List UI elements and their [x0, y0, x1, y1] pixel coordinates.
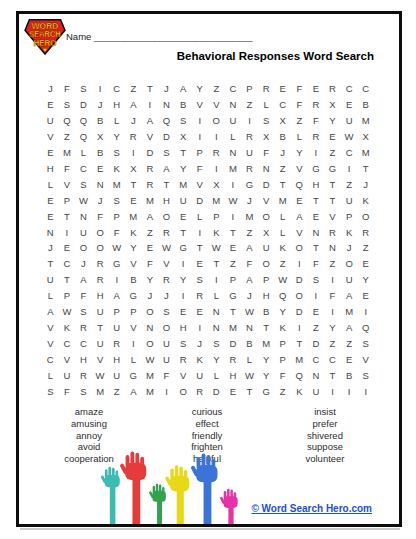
- grid-cell: E: [42, 192, 59, 208]
- grid-cell: V: [175, 367, 192, 383]
- grid-cell: R: [225, 351, 242, 367]
- grid-cell: X: [125, 160, 142, 176]
- grid-cell: D: [225, 335, 242, 351]
- grid-cell: T: [274, 176, 291, 192]
- grid-cell: T: [291, 335, 308, 351]
- grid-cell: J: [75, 256, 92, 272]
- grid-cell: I: [208, 272, 225, 288]
- grid-cell: C: [59, 335, 76, 351]
- grid-cell: Q: [291, 176, 308, 192]
- grid-cell: G: [324, 160, 341, 176]
- grid-cell: D: [258, 176, 275, 192]
- grid-cell: U: [341, 272, 358, 288]
- grid-cell: E: [42, 208, 59, 224]
- grid-cell: O: [291, 288, 308, 304]
- grid-cell: Z: [274, 383, 291, 399]
- grid-cell: O: [142, 335, 159, 351]
- grid-cell: U: [308, 383, 325, 399]
- grid-cell: U: [42, 272, 59, 288]
- grid-cell: E: [42, 97, 59, 113]
- grid-cell: T: [225, 224, 242, 240]
- grid-cell: M: [208, 192, 225, 208]
- grid-cell: J: [92, 97, 109, 113]
- grid-cell: N: [225, 145, 242, 161]
- grid-cell: R: [241, 160, 258, 176]
- grid-cell: E: [142, 240, 159, 256]
- grid-cell: J: [142, 288, 159, 304]
- grid-cell: S: [191, 272, 208, 288]
- word-column: insistprefershiveredsupposevolunteer: [266, 406, 384, 465]
- grid-cell: H: [175, 319, 192, 335]
- grid-cell: R: [108, 335, 125, 351]
- grid-cell: D: [75, 97, 92, 113]
- grid-cell: R: [191, 383, 208, 399]
- grid-cell: R: [75, 319, 92, 335]
- grid-cell: X: [357, 129, 374, 145]
- grid-cell: J: [191, 335, 208, 351]
- grid-cell: T: [175, 224, 192, 240]
- grid-cell: I: [308, 288, 325, 304]
- grid-cell: V: [92, 351, 109, 367]
- grid-cell: V: [291, 160, 308, 176]
- grid-cell: R: [92, 256, 109, 272]
- grid-cell: F: [241, 256, 258, 272]
- grid-cell: G: [125, 288, 142, 304]
- grid-cell: Y: [108, 129, 125, 145]
- grid-cell: E: [291, 192, 308, 208]
- grid-cell: S: [75, 176, 92, 192]
- puzzle-title: Behavioral Responses Word Search: [42, 50, 374, 62]
- grid-cell: T: [241, 383, 258, 399]
- grid-cell: S: [208, 335, 225, 351]
- grid-cell: K: [108, 160, 125, 176]
- grid-cell: S: [357, 367, 374, 383]
- grid-cell: I: [357, 304, 374, 320]
- grid-cell: A: [125, 97, 142, 113]
- grid-cell: E: [42, 145, 59, 161]
- grid-cell: R: [357, 224, 374, 240]
- grid-cell: T: [225, 304, 242, 320]
- grid-cell: E: [92, 160, 109, 176]
- grid-cell: S: [158, 145, 175, 161]
- grid-cell: I: [341, 160, 358, 176]
- grid-cell: I: [225, 208, 242, 224]
- grid-cell: R: [191, 288, 208, 304]
- grid-cell: F: [191, 160, 208, 176]
- grid-cell: Y: [208, 351, 225, 367]
- grid-cell: I: [108, 272, 125, 288]
- grid-cell: V: [158, 256, 175, 272]
- grid-cell: N: [92, 176, 109, 192]
- grid-cell: B: [357, 97, 374, 113]
- grid-cell: S: [258, 113, 275, 129]
- grid-cell: I: [324, 383, 341, 399]
- grid-cell: Z: [59, 129, 76, 145]
- grid-cell: C: [75, 160, 92, 176]
- grid-cell: S: [75, 81, 92, 97]
- grid-cell: R: [125, 129, 142, 145]
- grid-cell: Q: [59, 113, 76, 129]
- grid-cell: B: [92, 145, 109, 161]
- grid-cell: H: [42, 160, 59, 176]
- grid-cell: M: [357, 145, 374, 161]
- name-blank-line: ______________________________: [94, 31, 253, 42]
- grid-cell: A: [158, 160, 175, 176]
- grid-cell: M: [59, 145, 76, 161]
- grid-cell: O: [357, 208, 374, 224]
- grid-cell: N: [158, 97, 175, 113]
- word-list-item: effect: [148, 418, 266, 430]
- grid-cell: Y: [175, 272, 192, 288]
- grid-cell: A: [108, 288, 125, 304]
- grid-cell: B: [175, 97, 192, 113]
- grid-cell: R: [308, 129, 325, 145]
- name-row: Name ______________________________: [66, 31, 253, 42]
- grid-cell: K: [59, 319, 76, 335]
- grid-cell: I: [125, 145, 142, 161]
- grid-cell: U: [108, 319, 125, 335]
- grid-cell: C: [42, 351, 59, 367]
- grid-cell: T: [125, 176, 142, 192]
- hand-teal: [100, 467, 119, 524]
- grid-cell: N: [208, 319, 225, 335]
- grid-cell: V: [208, 97, 225, 113]
- grid-cell: T: [308, 240, 325, 256]
- grid-cell: K: [125, 224, 142, 240]
- grid-cell: I: [308, 145, 325, 161]
- grid-cell: C: [75, 335, 92, 351]
- grid-cell: F: [59, 81, 76, 97]
- grid-cell: W: [241, 367, 258, 383]
- grid-cell: J: [158, 81, 175, 97]
- grid-cell: E: [175, 208, 192, 224]
- grid-cell: H: [108, 351, 125, 367]
- grid-cell: Z: [241, 97, 258, 113]
- grid-cell: W: [341, 129, 358, 145]
- grid-cell: S: [357, 335, 374, 351]
- grid-cell: J: [341, 240, 358, 256]
- grid-cell: J: [357, 176, 374, 192]
- grid-cell: L: [274, 224, 291, 240]
- grid-cell: K: [341, 224, 358, 240]
- grid-cell: T: [208, 256, 225, 272]
- grid-cell: O: [258, 208, 275, 224]
- grid-cell: A: [125, 383, 142, 399]
- grid-cell: J: [241, 288, 258, 304]
- grid-cell: F: [291, 97, 308, 113]
- grid-cell: W: [158, 240, 175, 256]
- grid-cell: C: [274, 97, 291, 113]
- grid-cell: S: [42, 383, 59, 399]
- grid-cell: U: [225, 113, 242, 129]
- grid-cell: T: [59, 208, 76, 224]
- grid-cell: I: [357, 383, 374, 399]
- grid-cell: Y: [142, 272, 159, 288]
- grid-cell: X: [274, 113, 291, 129]
- grid-cell: P: [59, 192, 76, 208]
- grid-cell: O: [341, 256, 358, 272]
- grid-cell: D: [291, 272, 308, 288]
- grid-cell: Q: [291, 367, 308, 383]
- grid-cell: L: [75, 145, 92, 161]
- grid-cell: U: [158, 351, 175, 367]
- grid-cell: K: [191, 351, 208, 367]
- grid-cell: T: [324, 367, 341, 383]
- grid-cell: P: [258, 272, 275, 288]
- grid-cell: T: [59, 272, 76, 288]
- grid-cell: Q: [75, 113, 92, 129]
- grid-cell: E: [59, 240, 76, 256]
- grid-cell: F: [59, 383, 76, 399]
- grid-cell: P: [341, 208, 358, 224]
- frame-shadow: [20, 528, 400, 530]
- grid-cell: L: [208, 367, 225, 383]
- grid-cell: P: [108, 304, 125, 320]
- grid-cell: F: [308, 113, 325, 129]
- grid-cell: P: [274, 351, 291, 367]
- grid-cell: M: [92, 383, 109, 399]
- grid-cell: L: [191, 208, 208, 224]
- grid-cell: V: [125, 256, 142, 272]
- grid-cell: U: [241, 145, 258, 161]
- grid-cell: I: [324, 272, 341, 288]
- grid-cell: F: [291, 81, 308, 97]
- grid-cell: Z: [324, 145, 341, 161]
- grid-cell: C: [308, 351, 325, 367]
- word-list-item: amaze: [30, 406, 148, 418]
- grid-cell: H: [158, 192, 175, 208]
- grid-cell: D: [291, 304, 308, 320]
- grid-cell: I: [191, 319, 208, 335]
- grid-cell: D: [308, 335, 325, 351]
- grid-cell: R: [75, 367, 92, 383]
- grid-cell: L: [258, 97, 275, 113]
- grid-cell: Z: [341, 335, 358, 351]
- word-list-item: annoy: [30, 430, 148, 442]
- grid-cell: F: [75, 288, 92, 304]
- grid-cell: E: [191, 256, 208, 272]
- grid-cell: Y: [125, 240, 142, 256]
- grid-cell: E: [274, 81, 291, 97]
- grid-cell: F: [324, 288, 341, 304]
- grid-cell: B: [241, 335, 258, 351]
- grid-cell: I: [191, 224, 208, 240]
- grid-cell: L: [241, 351, 258, 367]
- grid-cell: H: [108, 97, 125, 113]
- grid-cell: L: [225, 129, 242, 145]
- grid-cell: M: [125, 208, 142, 224]
- grid-cell: T: [92, 319, 109, 335]
- grid-cell: T: [142, 81, 159, 97]
- grid-cell: F: [308, 256, 325, 272]
- grid-cell: O: [75, 240, 92, 256]
- grid-cell: F: [274, 367, 291, 383]
- grid-cell: U: [341, 192, 358, 208]
- grid-cell: K: [357, 192, 374, 208]
- grid-cell: B: [341, 367, 358, 383]
- footer: © Word Search Hero.com: [42, 503, 372, 514]
- grid-cell: Z: [274, 256, 291, 272]
- grid-cell: G: [225, 288, 242, 304]
- grid-cell: A: [142, 208, 159, 224]
- grid-cell: C: [225, 81, 242, 97]
- grid-cell: N: [75, 208, 92, 224]
- grid-cell: M: [225, 160, 242, 176]
- grid-cell: F: [92, 208, 109, 224]
- grid-cell: D: [191, 192, 208, 208]
- grid-cell: O: [258, 256, 275, 272]
- grid-cell: R: [324, 224, 341, 240]
- grid-cell: Z: [142, 224, 159, 240]
- grid-cell: Q: [274, 288, 291, 304]
- grid-cell: R: [208, 145, 225, 161]
- grid-cell: M: [142, 192, 159, 208]
- grid-cell: W: [241, 304, 258, 320]
- grid-cell: L: [108, 113, 125, 129]
- grid-cell: M: [274, 192, 291, 208]
- grid-cell: V: [59, 176, 76, 192]
- grid-cell: A: [241, 240, 258, 256]
- grid-cell: Y: [175, 160, 192, 176]
- grid-cell: L: [42, 176, 59, 192]
- grid-cell: K: [274, 240, 291, 256]
- grid-cell: Z: [108, 383, 125, 399]
- grid-cell: P: [125, 304, 142, 320]
- grid-cell: Z: [308, 319, 325, 335]
- grid-cell: I: [291, 319, 308, 335]
- word-list-item: shivered: [266, 430, 384, 442]
- grid-cell: M: [142, 383, 159, 399]
- grid-cell: L: [291, 129, 308, 145]
- grid-cell: Y: [258, 351, 275, 367]
- grid-cell: N: [208, 304, 225, 320]
- grid-cell: V: [191, 97, 208, 113]
- word-list-item: insist: [266, 406, 384, 418]
- grid-cell: H: [92, 288, 109, 304]
- grid-cell: R: [308, 97, 325, 113]
- grid-cell: R: [158, 272, 175, 288]
- grid-cell: C: [341, 81, 358, 97]
- grid-cell: W: [274, 272, 291, 288]
- grid-cell: S: [59, 97, 76, 113]
- grid-cell: Q: [158, 113, 175, 129]
- word-list-item: prefer: [266, 418, 384, 430]
- grid-cell: A: [291, 208, 308, 224]
- grid-cell: Y: [324, 113, 341, 129]
- grid-cell: V: [258, 192, 275, 208]
- grid-cell: A: [175, 81, 192, 97]
- grid-cell: M: [341, 304, 358, 320]
- grid-cell: D: [208, 383, 225, 399]
- grid-cell: S: [175, 335, 192, 351]
- grid-cell: P: [241, 81, 258, 97]
- grid-cell: I: [208, 129, 225, 145]
- grid-cell: Z: [324, 256, 341, 272]
- grid-cell: O: [92, 240, 109, 256]
- grid-cell: T: [324, 176, 341, 192]
- grid-cell: V: [125, 319, 142, 335]
- grid-cell: P: [191, 145, 208, 161]
- word-list-item: suppose: [266, 441, 384, 453]
- grid-cell: J: [274, 145, 291, 161]
- grid-cell: T: [357, 160, 374, 176]
- grid-cell: C: [341, 145, 358, 161]
- grid-cell: M: [175, 176, 192, 192]
- grid-cell: U: [341, 113, 358, 129]
- word-list-item: amusing: [30, 418, 148, 430]
- grid-cell: R: [92, 272, 109, 288]
- word-list-item: curious: [148, 406, 266, 418]
- grid-cell: I: [158, 383, 175, 399]
- grid-cell: E: [341, 351, 358, 367]
- grid-cell: F: [142, 256, 159, 272]
- word-list-item: volunteer: [266, 453, 384, 465]
- grid-cell: Z: [357, 240, 374, 256]
- grid-cell: E: [341, 97, 358, 113]
- grid-cell: T: [42, 256, 59, 272]
- grid-cell: C: [324, 351, 341, 367]
- grid-cell: N: [308, 224, 325, 240]
- grid-cell: D: [158, 129, 175, 145]
- grid-cell: J: [42, 81, 59, 97]
- logo-text-hero: HERO: [34, 38, 57, 48]
- grid-cell: R: [158, 224, 175, 240]
- grid-cell: P: [108, 208, 125, 224]
- grid-cell: E: [191, 304, 208, 320]
- grid-cell: E: [125, 192, 142, 208]
- grid-cell: V: [357, 351, 374, 367]
- grid-cell: H: [258, 288, 275, 304]
- grid-cell: V: [42, 129, 59, 145]
- grid-cell: Z: [274, 160, 291, 176]
- grid-cell: T: [158, 176, 175, 192]
- grid-cell: I: [191, 113, 208, 129]
- grid-cell: M: [241, 208, 258, 224]
- grid-cell: A: [42, 304, 59, 320]
- word-search-hero-link[interactable]: © Word Search Hero.com: [251, 503, 372, 514]
- grid-cell: R: [241, 129, 258, 145]
- grid-cell: M: [357, 113, 374, 129]
- grid-cell: T: [308, 192, 325, 208]
- grid-cell: P: [274, 335, 291, 351]
- grid-cell: X: [324, 97, 341, 113]
- grid-cell: I: [225, 176, 242, 192]
- grid-cell: U: [59, 367, 76, 383]
- grid-cell: X: [208, 176, 225, 192]
- grid-cell: V: [191, 176, 208, 192]
- grid-cell: G: [241, 176, 258, 192]
- grid-cell: A: [341, 319, 358, 335]
- grid-cell: N: [241, 319, 258, 335]
- grid-cell: U: [92, 335, 109, 351]
- grid-cell: F: [258, 145, 275, 161]
- grid-cell: J: [158, 288, 175, 304]
- grid-cell: S: [308, 272, 325, 288]
- grid-cell: M: [258, 335, 275, 351]
- grid-cell: E: [225, 240, 242, 256]
- grid-cell: N: [324, 240, 341, 256]
- grid-cell: W: [75, 192, 92, 208]
- grid-cell: Z: [125, 81, 142, 97]
- grid-cell: J: [125, 113, 142, 129]
- grid-cell: T: [175, 145, 192, 161]
- grid-cell: L: [42, 288, 59, 304]
- word-list-item: friendly: [148, 430, 266, 442]
- grid-cell: E: [308, 304, 325, 320]
- grid-cell: W: [225, 192, 242, 208]
- grid-cell: I: [291, 256, 308, 272]
- grid-cell: G: [125, 367, 142, 383]
